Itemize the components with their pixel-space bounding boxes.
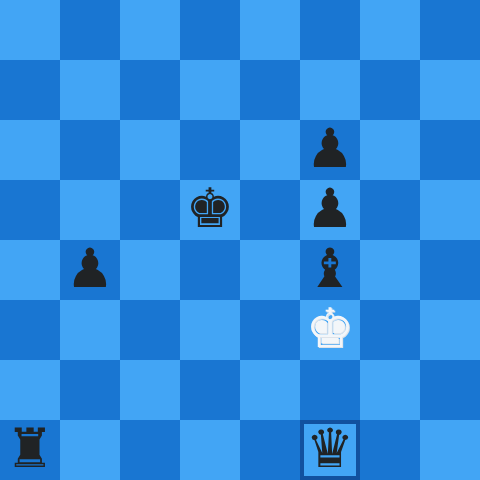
square-e4[interactable]: [240, 240, 300, 300]
white-king[interactable]: ♚: [306, 302, 354, 356]
square-a8[interactable]: [0, 0, 60, 60]
square-d7[interactable]: [180, 60, 240, 120]
square-h4[interactable]: [420, 240, 480, 300]
square-g5[interactable]: [360, 180, 420, 240]
square-b4[interactable]: ♟: [60, 240, 120, 300]
square-c8[interactable]: [120, 0, 180, 60]
square-e5[interactable]: [240, 180, 300, 240]
square-g6[interactable]: [360, 120, 420, 180]
square-f8[interactable]: [300, 0, 360, 60]
square-h5[interactable]: [420, 180, 480, 240]
square-a2[interactable]: [0, 360, 60, 420]
square-b1[interactable]: [60, 420, 120, 480]
square-g8[interactable]: [360, 0, 420, 60]
square-e3[interactable]: [240, 300, 300, 360]
square-c5[interactable]: [120, 180, 180, 240]
square-d3[interactable]: [180, 300, 240, 360]
square-e1[interactable]: [240, 420, 300, 480]
square-e2[interactable]: [240, 360, 300, 420]
chess-board: ♟♚♟♟♝♚♜♛: [0, 0, 480, 480]
square-a3[interactable]: [0, 300, 60, 360]
square-a7[interactable]: [0, 60, 60, 120]
square-a6[interactable]: [0, 120, 60, 180]
square-g1[interactable]: [360, 420, 420, 480]
square-d4[interactable]: [180, 240, 240, 300]
square-c1[interactable]: [120, 420, 180, 480]
black-rook[interactable]: ♜: [6, 422, 54, 476]
black-bishop[interactable]: ♝: [306, 242, 354, 296]
square-g4[interactable]: [360, 240, 420, 300]
square-e8[interactable]: [240, 0, 300, 60]
square-c6[interactable]: [120, 120, 180, 180]
square-f5[interactable]: ♟: [300, 180, 360, 240]
square-d8[interactable]: [180, 0, 240, 60]
black-king[interactable]: ♚: [186, 182, 234, 236]
square-h2[interactable]: [420, 360, 480, 420]
square-h3[interactable]: [420, 300, 480, 360]
square-e7[interactable]: [240, 60, 300, 120]
square-a5[interactable]: [0, 180, 60, 240]
square-c4[interactable]: [120, 240, 180, 300]
black-queen[interactable]: ♛: [306, 422, 354, 476]
square-h1[interactable]: [420, 420, 480, 480]
square-d5[interactable]: ♚: [180, 180, 240, 240]
black-pawn[interactable]: ♟: [306, 182, 354, 236]
square-f3[interactable]: ♚: [300, 300, 360, 360]
square-b6[interactable]: [60, 120, 120, 180]
black-pawn[interactable]: ♟: [66, 242, 114, 296]
square-b7[interactable]: [60, 60, 120, 120]
square-g2[interactable]: [360, 360, 420, 420]
square-c7[interactable]: [120, 60, 180, 120]
square-g7[interactable]: [360, 60, 420, 120]
square-d6[interactable]: [180, 120, 240, 180]
square-b5[interactable]: [60, 180, 120, 240]
square-a1[interactable]: ♜: [0, 420, 60, 480]
square-d1[interactable]: [180, 420, 240, 480]
square-e6[interactable]: [240, 120, 300, 180]
square-h6[interactable]: [420, 120, 480, 180]
square-d2[interactable]: [180, 360, 240, 420]
square-h7[interactable]: [420, 60, 480, 120]
square-f2[interactable]: [300, 360, 360, 420]
square-b2[interactable]: [60, 360, 120, 420]
square-h8[interactable]: [420, 0, 480, 60]
square-c2[interactable]: [120, 360, 180, 420]
square-b3[interactable]: [60, 300, 120, 360]
square-f6[interactable]: ♟: [300, 120, 360, 180]
square-b8[interactable]: [60, 0, 120, 60]
square-f1[interactable]: ♛: [300, 420, 360, 480]
square-f7[interactable]: [300, 60, 360, 120]
black-pawn[interactable]: ♟: [306, 122, 354, 176]
square-c3[interactable]: [120, 300, 180, 360]
square-f4[interactable]: ♝: [300, 240, 360, 300]
square-g3[interactable]: [360, 300, 420, 360]
square-a4[interactable]: [0, 240, 60, 300]
